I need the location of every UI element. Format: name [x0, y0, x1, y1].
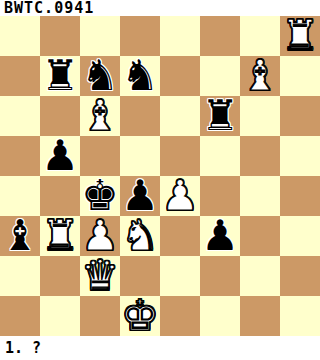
square-g7: ♝ — [240, 56, 280, 96]
square-e6 — [160, 96, 200, 136]
square-g8 — [240, 16, 280, 56]
square-b8 — [40, 16, 80, 56]
square-h3 — [280, 216, 320, 256]
square-c8 — [80, 16, 120, 56]
square-g4 — [240, 176, 280, 216]
square-c4: ♚ — [80, 176, 120, 216]
square-e5 — [160, 136, 200, 176]
square-g3 — [240, 216, 280, 256]
piece-white-queen: ♛ — [81, 255, 119, 297]
square-g6 — [240, 96, 280, 136]
square-g1 — [240, 296, 280, 336]
piece-white-bishop: ♝ — [241, 55, 279, 97]
piece-white-pawn: ♟ — [161, 175, 199, 217]
square-g2 — [240, 256, 280, 296]
square-h2 — [280, 256, 320, 296]
square-a6 — [0, 96, 40, 136]
square-f2 — [200, 256, 240, 296]
puzzle-id-label: BWTC.0941 — [4, 0, 94, 16]
piece-black-knight: ♞ — [121, 55, 159, 97]
square-d8 — [120, 16, 160, 56]
square-e8 — [160, 16, 200, 56]
square-h5 — [280, 136, 320, 176]
square-a1 — [0, 296, 40, 336]
square-b7: ♜ — [40, 56, 80, 96]
square-g5 — [240, 136, 280, 176]
square-a8 — [0, 16, 40, 56]
square-f4 — [200, 176, 240, 216]
square-f1 — [200, 296, 240, 336]
square-d4: ♟ — [120, 176, 160, 216]
piece-black-rook: ♜ — [41, 55, 79, 97]
square-e7 — [160, 56, 200, 96]
square-a2 — [0, 256, 40, 296]
square-b3: ♜ — [40, 216, 80, 256]
square-h6 — [280, 96, 320, 136]
square-f3: ♟ — [200, 216, 240, 256]
square-d6 — [120, 96, 160, 136]
square-f7 — [200, 56, 240, 96]
square-a7 — [0, 56, 40, 96]
square-e2 — [160, 256, 200, 296]
square-c3: ♟ — [80, 216, 120, 256]
square-f8 — [200, 16, 240, 56]
square-h4 — [280, 176, 320, 216]
square-e1 — [160, 296, 200, 336]
square-c6: ♝ — [80, 96, 120, 136]
square-a3: ♝ — [0, 216, 40, 256]
piece-white-rook: ♜ — [41, 215, 79, 257]
square-d3: ♞ — [120, 216, 160, 256]
square-e3 — [160, 216, 200, 256]
square-d7: ♞ — [120, 56, 160, 96]
piece-white-bishop: ♝ — [81, 95, 119, 137]
square-a5 — [0, 136, 40, 176]
chess-puzzle-diagram: BWTC.0941 ♜♜♞♞♝♝♜♟♚♟♟♝♜♟♞♟♛♚ 1. ? — [0, 0, 320, 360]
square-c7: ♞ — [80, 56, 120, 96]
piece-black-pawn: ♟ — [201, 215, 239, 257]
square-c5 — [80, 136, 120, 176]
square-d2 — [120, 256, 160, 296]
piece-black-rook: ♜ — [201, 95, 239, 137]
square-f6: ♜ — [200, 96, 240, 136]
square-a4 — [0, 176, 40, 216]
square-b4 — [40, 176, 80, 216]
piece-black-bishop: ♝ — [1, 215, 39, 257]
square-d1: ♚ — [120, 296, 160, 336]
piece-white-knight: ♞ — [121, 215, 159, 257]
square-h1 — [280, 296, 320, 336]
piece-black-pawn: ♟ — [41, 135, 79, 177]
square-e4: ♟ — [160, 176, 200, 216]
square-c2: ♛ — [80, 256, 120, 296]
piece-white-rook: ♜ — [281, 15, 319, 57]
square-b6 — [40, 96, 80, 136]
square-h8: ♜ — [280, 16, 320, 56]
square-b5: ♟ — [40, 136, 80, 176]
square-h7 — [280, 56, 320, 96]
chess-board: ♜♜♞♞♝♝♜♟♚♟♟♝♜♟♞♟♛♚ — [0, 16, 320, 336]
square-c1 — [80, 296, 120, 336]
piece-white-king: ♚ — [121, 295, 159, 337]
square-b1 — [40, 296, 80, 336]
square-d5 — [120, 136, 160, 176]
move-prompt-label: 1. ? — [5, 339, 41, 357]
square-f5 — [200, 136, 240, 176]
square-b2 — [40, 256, 80, 296]
